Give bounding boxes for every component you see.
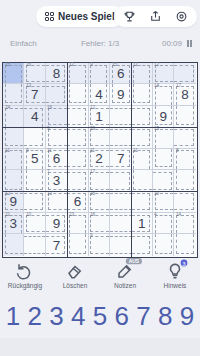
header: Neues Spiel xyxy=(0,4,200,30)
cell-digit: 4 xyxy=(24,106,44,127)
cell-r2c6[interactable]: 9 xyxy=(110,84,131,105)
cell-r8c2[interactable]: 10 xyxy=(24,213,45,234)
cell-r1c3[interactable]: 8 xyxy=(46,63,67,84)
cell-r8c5[interactable]: 16 xyxy=(89,213,110,234)
cell-digit: 7 xyxy=(24,84,44,104)
cell-r3c2[interactable]: 4 xyxy=(24,106,45,127)
cell-r8c9[interactable]: 14 xyxy=(174,213,195,234)
cell-r9c2[interactable] xyxy=(24,234,45,255)
cell-r3c1[interactable]: 24 xyxy=(3,106,24,127)
cell-digit: 9 xyxy=(153,106,173,127)
cell-r6c1[interactable] xyxy=(3,170,24,191)
cell-r9c8[interactable] xyxy=(153,234,174,255)
numpad-key-3[interactable]: 3 xyxy=(49,303,63,329)
cell-r7c1[interactable]: 129 xyxy=(3,192,24,213)
cell-digit: 2 xyxy=(89,149,109,169)
cell-digit: 8 xyxy=(46,63,67,83)
cell-digit: 7 xyxy=(110,149,131,169)
tool-label: Hinweis xyxy=(164,282,187,289)
cell-r7c8[interactable]: 10 xyxy=(153,192,174,213)
cell-digit: 4 xyxy=(89,84,109,104)
new-game-label: Neues Spiel xyxy=(58,11,115,22)
cell-r4c6[interactable] xyxy=(110,127,131,148)
cell-r3c9[interactable] xyxy=(174,106,195,127)
settings-icon[interactable] xyxy=(175,10,188,23)
cage-sum: 10 xyxy=(154,192,159,197)
cage-sum: 9 xyxy=(90,234,93,239)
grid-icon xyxy=(45,12,54,21)
cage-sum: 13 xyxy=(47,192,52,197)
cell-digit: 9 xyxy=(3,192,23,212)
cage-sum: 16 xyxy=(26,63,31,68)
timer-label: 00:09 xyxy=(162,39,182,48)
cell-r2c1[interactable] xyxy=(3,84,24,105)
cell-r4c1[interactable] xyxy=(3,127,24,148)
new-game-button[interactable]: Neues Spiel xyxy=(36,6,124,27)
cell-digit: 1 xyxy=(89,106,109,127)
numpad-key-8[interactable]: 8 xyxy=(158,303,172,329)
cell-r4c5[interactable]: 20 xyxy=(89,127,110,148)
cell-r1c5[interactable]: 9 xyxy=(89,63,110,84)
cell-r2c8[interactable]: 14 xyxy=(153,84,174,105)
cage-sum: 14 xyxy=(154,84,159,89)
numpad-key-2[interactable]: 2 xyxy=(27,303,41,329)
tool-label: Rückgängig xyxy=(8,282,42,289)
cell-r4c9[interactable] xyxy=(174,127,195,148)
tool-pencil-button[interactable]: AUSNotizen xyxy=(100,262,150,294)
cell-r2c9[interactable]: 178 xyxy=(174,84,195,105)
cell-r9c5[interactable]: 9 xyxy=(89,234,110,255)
footer-strip xyxy=(0,338,200,356)
cage-sum: 14 xyxy=(176,213,181,218)
cell-r7c5[interactable]: 16 xyxy=(89,192,110,213)
cell-r4c2[interactable] xyxy=(24,127,45,148)
cage-sum: 12 xyxy=(154,63,159,68)
cell-r7c6[interactable] xyxy=(110,192,131,213)
cell-r8c4[interactable]: 23 xyxy=(67,213,88,234)
cage-sum: 11 xyxy=(133,63,138,68)
cell-r9c1[interactable] xyxy=(3,234,24,255)
eraser-icon xyxy=(66,262,84,280)
cell-r3c4[interactable] xyxy=(67,106,88,127)
cage-sum: 16 xyxy=(47,106,52,111)
cell-r4c4[interactable] xyxy=(67,127,88,148)
cage-sum: 13 xyxy=(154,127,159,132)
cell-r2c2[interactable]: 137 xyxy=(24,84,45,105)
cell-r9c6[interactable] xyxy=(110,234,131,255)
cage-sum: 15 xyxy=(5,63,10,68)
share-icon[interactable] xyxy=(149,10,162,23)
cage-sum: 20 xyxy=(90,127,95,132)
cell-digit: 6 xyxy=(110,63,131,83)
cell-r1c4[interactable]: 12 xyxy=(67,63,88,84)
cell-r8c1[interactable]: 213 xyxy=(3,213,24,234)
cage-sum: 9 xyxy=(47,127,50,132)
undo-icon xyxy=(16,262,34,280)
cell-r6c4[interactable] xyxy=(67,170,88,191)
cell-digit: 6 xyxy=(67,192,87,212)
cell-r5c8[interactable] xyxy=(153,149,174,170)
cell-r1c8[interactable]: 12 xyxy=(153,63,174,84)
numpad-key-5[interactable]: 5 xyxy=(93,303,107,329)
cell-r5c9[interactable]: 8 xyxy=(174,149,195,170)
toolbar: RückgängigLöschenAUSNotizen3Hinweis xyxy=(0,262,200,294)
cell-r4c8[interactable]: 13 xyxy=(153,127,174,148)
cell-r3c6[interactable] xyxy=(110,106,131,127)
cell-r1c7[interactable]: 11 xyxy=(132,63,153,84)
tool-label: Löschen xyxy=(63,282,88,289)
tool-label: Notizen xyxy=(114,282,136,289)
cell-digit: 6 xyxy=(46,149,67,169)
header-actions xyxy=(114,6,197,27)
cell-r5c2[interactable]: 95 xyxy=(24,149,45,170)
cell-r9c7[interactable] xyxy=(132,234,153,255)
notes-off-badge: AUS xyxy=(126,258,142,264)
cage-sum: 11 xyxy=(133,149,138,154)
cage-sum: 24 xyxy=(5,106,10,111)
cell-r7c3[interactable]: 13 xyxy=(46,192,67,213)
cell-r5c7[interactable]: 11 xyxy=(132,149,153,170)
cell-r9c4[interactable] xyxy=(67,234,88,255)
cell-r8c7[interactable]: 1 xyxy=(132,213,153,234)
numpad-key-1[interactable]: 1 xyxy=(6,303,20,329)
cell-r6c6[interactable] xyxy=(110,170,131,191)
cell-r2c7[interactable] xyxy=(132,84,153,105)
cell-digit: 7 xyxy=(46,234,67,255)
cell-r1c9[interactable] xyxy=(174,63,195,84)
tool-bulb-button[interactable]: 3Hinweis xyxy=(150,262,200,294)
cell-digit: 5 xyxy=(24,149,44,169)
cell-r7c2[interactable] xyxy=(24,192,45,213)
cell-r2c4[interactable] xyxy=(67,84,88,105)
cage-sum: 11 xyxy=(5,149,10,154)
cell-r5c6[interactable]: 7 xyxy=(110,149,131,170)
cage-sum: 8 xyxy=(176,149,179,154)
cell-r6c5[interactable]: 17 xyxy=(89,170,110,191)
cell-r5c4[interactable] xyxy=(67,149,88,170)
cell-r4c3[interactable]: 9 xyxy=(46,127,67,148)
cell-r1c6[interactable]: 156 xyxy=(110,63,131,84)
cell-r9c9[interactable] xyxy=(174,234,195,255)
numpad-key-9[interactable]: 9 xyxy=(180,303,194,329)
tool-eraser-button[interactable]: Löschen xyxy=(50,262,100,294)
cell-digit: 3 xyxy=(3,213,23,233)
pencil-icon: AUS xyxy=(116,262,134,280)
bulb-icon: 3 xyxy=(166,262,184,280)
cell-r3c8[interactable]: 9 xyxy=(153,106,174,127)
cell-r3c5[interactable]: 121 xyxy=(89,106,110,127)
tool-undo-button[interactable]: Rückgängig xyxy=(0,262,50,294)
cell-r7c9[interactable] xyxy=(174,192,195,213)
cell-r1c2[interactable]: 16 xyxy=(24,63,45,84)
cage-sum: 9 xyxy=(90,63,93,68)
hint-count-badge: 3 xyxy=(181,260,188,267)
cage-sum: 12 xyxy=(69,63,74,68)
cell-r2c5[interactable]: 4 xyxy=(89,84,110,105)
cell-digit: 1 xyxy=(132,213,152,233)
cell-r9c3[interactable]: 7 xyxy=(46,234,67,255)
cage-sum: 16 xyxy=(90,192,95,197)
cell-r8c6[interactable] xyxy=(110,213,131,234)
cell-r6c9[interactable] xyxy=(174,170,195,191)
cell-r7c7[interactable] xyxy=(132,192,153,213)
cell-r5c5[interactable]: 112 xyxy=(89,149,110,170)
cage-sum: 23 xyxy=(69,213,74,218)
cage-sum: 16 xyxy=(90,213,95,218)
status-bar: Einfach Fehler: 1/3 00:09 xyxy=(0,36,200,52)
cell-r2c3[interactable] xyxy=(46,84,67,105)
cage-sum: 10 xyxy=(26,213,31,218)
numpad-key-4[interactable]: 4 xyxy=(71,303,85,329)
cell-digit: 9 xyxy=(110,84,131,104)
numpad-key-6[interactable]: 6 xyxy=(114,303,128,329)
cell-r6c2[interactable] xyxy=(24,170,45,191)
cell-digit xyxy=(174,234,195,255)
cage-sum: 4 xyxy=(154,213,157,218)
cage-sum: 17 xyxy=(90,170,95,175)
trophy-icon[interactable] xyxy=(123,10,136,23)
numpad-key-7[interactable]: 7 xyxy=(136,303,150,329)
cell-r6c8[interactable] xyxy=(153,170,174,191)
pause-icon[interactable] xyxy=(187,40,192,47)
cell-r4c7[interactable] xyxy=(132,127,153,148)
cell-r3c3[interactable]: 16 xyxy=(46,106,67,127)
cell-r6c7[interactable] xyxy=(132,170,153,191)
cell-r6c3[interactable]: 73 xyxy=(46,170,67,191)
cell-digit: 8 xyxy=(174,84,195,104)
cell-digit: 9 xyxy=(46,213,67,233)
cell-r5c1[interactable]: 11 xyxy=(3,149,24,170)
cell-r8c8[interactable]: 4 xyxy=(153,213,174,234)
cell-r1c1[interactable]: 15 xyxy=(3,63,24,84)
cell-r3c7[interactable] xyxy=(132,106,153,127)
cell-r8c3[interactable]: 9 xyxy=(46,213,67,234)
cell-digit: 3 xyxy=(46,170,67,191)
killer-sudoku-board: 1516812915611121374914178244161219920131… xyxy=(2,62,198,258)
numpad: 123456789 xyxy=(0,296,200,336)
cell-r7c4[interactable]: 6 xyxy=(67,192,88,213)
cell-r5c3[interactable]: 116 xyxy=(46,149,67,170)
